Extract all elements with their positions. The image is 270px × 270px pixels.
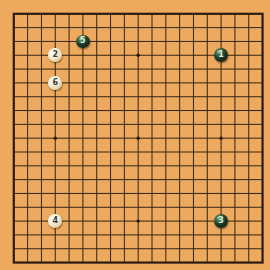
move-number: 5: [80, 37, 86, 45]
stone-black-F17[interactable]: 5: [76, 35, 90, 49]
stone-white-D4[interactable]: 4: [48, 214, 62, 228]
move-number: 2: [52, 51, 58, 59]
board-grid[interactable]: 123456: [7, 7, 269, 269]
move-number: 1: [218, 51, 224, 59]
stone-black-Q16[interactable]: 1: [214, 48, 228, 62]
go-board-diagram: 123456: [0, 0, 270, 270]
move-number: 6: [52, 79, 58, 87]
move-number: 4: [52, 217, 58, 225]
stone-white-D14[interactable]: 6: [48, 76, 62, 90]
stone-white-D16[interactable]: 2: [48, 48, 62, 62]
stone-black-Q4[interactable]: 3: [214, 214, 228, 228]
move-number: 3: [218, 217, 224, 225]
